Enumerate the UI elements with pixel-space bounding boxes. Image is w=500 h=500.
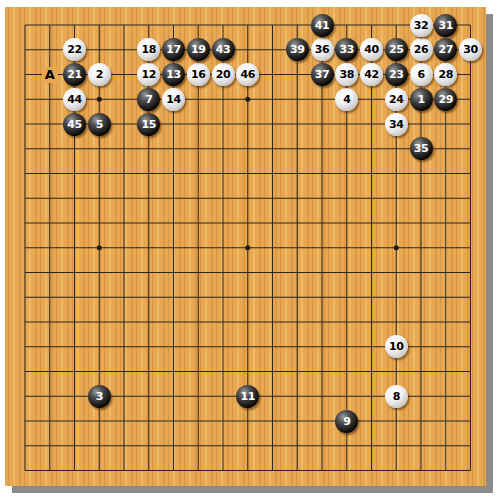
move-number: 4 [343, 94, 350, 105]
stone-white-40[interactable]: 40 [360, 38, 383, 61]
move-number: 36 [315, 44, 329, 55]
move-number: 10 [389, 341, 403, 352]
stone-black-5[interactable]: 5 [88, 113, 111, 136]
stone-white-26[interactable]: 26 [410, 38, 433, 61]
move-number: 9 [343, 416, 350, 427]
stone-black-39[interactable]: 39 [286, 38, 309, 61]
move-number: 8 [393, 391, 400, 402]
stone-black-21[interactable]: 21 [63, 63, 86, 86]
stone-white-20[interactable]: 20 [212, 63, 235, 86]
move-number: 34 [389, 119, 403, 130]
move-number: 14 [166, 94, 180, 105]
stone-black-29[interactable]: 29 [434, 88, 457, 111]
stone-black-27[interactable]: 27 [434, 38, 457, 61]
move-number: 30 [463, 44, 477, 55]
move-number: 2 [96, 69, 103, 80]
stone-black-43[interactable]: 43 [212, 38, 235, 61]
move-number: 16 [191, 69, 205, 80]
stone-black-19[interactable]: 19 [187, 38, 210, 61]
move-number: 12 [142, 69, 156, 80]
move-number: 17 [166, 44, 180, 55]
stone-black-7[interactable]: 7 [137, 88, 160, 111]
move-number: 23 [389, 69, 403, 80]
stone-black-11[interactable]: 11 [236, 385, 259, 408]
go-diagram: 1234567891011121314151617181920212223242… [0, 0, 500, 500]
stone-black-13[interactable]: 13 [162, 63, 185, 86]
move-number: 13 [166, 69, 180, 80]
move-number: 35 [414, 143, 428, 154]
move-number: 7 [145, 94, 152, 105]
move-number: 18 [142, 44, 156, 55]
stone-black-35[interactable]: 35 [410, 137, 433, 160]
move-number: 45 [67, 119, 81, 130]
stone-white-30[interactable]: 30 [459, 38, 482, 61]
move-number: 11 [241, 391, 255, 402]
move-number: 43 [216, 44, 230, 55]
move-number: 46 [241, 69, 255, 80]
stone-white-8[interactable]: 8 [385, 385, 408, 408]
stone-black-15[interactable]: 15 [137, 113, 160, 136]
stone-black-17[interactable]: 17 [162, 38, 185, 61]
stone-white-16[interactable]: 16 [187, 63, 210, 86]
move-number: 5 [96, 119, 103, 130]
move-number: 6 [417, 69, 424, 80]
stone-white-44[interactable]: 44 [63, 88, 86, 111]
label-A: A [42, 67, 58, 83]
move-number: 37 [315, 69, 329, 80]
stone-black-3[interactable]: 3 [88, 385, 111, 408]
move-number: 44 [67, 94, 81, 105]
move-number: 3 [96, 391, 103, 402]
move-number: 31 [439, 20, 453, 31]
stone-black-25[interactable]: 25 [385, 38, 408, 61]
move-number: 19 [191, 44, 205, 55]
stone-black-45[interactable]: 45 [63, 113, 86, 136]
move-number: 25 [389, 44, 403, 55]
move-number: 28 [439, 69, 453, 80]
stone-white-28[interactable]: 28 [434, 63, 457, 86]
move-number: 27 [439, 44, 453, 55]
stone-black-33[interactable]: 33 [335, 38, 358, 61]
go-board[interactable]: 1234567891011121314151617181920212223242… [13, 13, 483, 483]
move-number: 29 [439, 94, 453, 105]
stone-white-38[interactable]: 38 [335, 63, 358, 86]
stone-black-31[interactable]: 31 [434, 14, 457, 37]
stone-white-32[interactable]: 32 [410, 14, 433, 37]
move-number: 42 [364, 69, 378, 80]
move-number: 24 [389, 94, 403, 105]
move-number: 33 [340, 44, 354, 55]
stone-white-34[interactable]: 34 [385, 113, 408, 136]
stone-white-6[interactable]: 6 [410, 63, 433, 86]
stone-black-23[interactable]: 23 [385, 63, 408, 86]
stone-white-24[interactable]: 24 [385, 88, 408, 111]
stone-white-46[interactable]: 46 [236, 63, 259, 86]
stone-white-36[interactable]: 36 [311, 38, 334, 61]
move-number: 21 [67, 69, 81, 80]
stone-white-2[interactable]: 2 [88, 63, 111, 86]
move-number: 32 [414, 20, 428, 31]
stone-white-4[interactable]: 4 [335, 88, 358, 111]
stone-black-37[interactable]: 37 [311, 63, 334, 86]
stone-white-10[interactable]: 10 [385, 335, 408, 358]
move-number: 22 [67, 44, 81, 55]
stone-black-41[interactable]: 41 [311, 14, 334, 37]
move-number: 41 [315, 20, 329, 31]
move-number: 39 [290, 44, 304, 55]
stone-white-12[interactable]: 12 [137, 63, 160, 86]
stone-white-18[interactable]: 18 [137, 38, 160, 61]
stone-white-14[interactable]: 14 [162, 88, 185, 111]
stone-white-22[interactable]: 22 [63, 38, 86, 61]
move-number: 40 [364, 44, 378, 55]
move-number: 20 [216, 69, 230, 80]
stone-black-1[interactable]: 1 [410, 88, 433, 111]
move-number: 26 [414, 44, 428, 55]
move-number: 15 [142, 119, 156, 130]
stone-black-9[interactable]: 9 [335, 410, 358, 433]
move-number: 38 [340, 69, 354, 80]
move-number: 1 [417, 94, 424, 105]
stone-white-42[interactable]: 42 [360, 63, 383, 86]
